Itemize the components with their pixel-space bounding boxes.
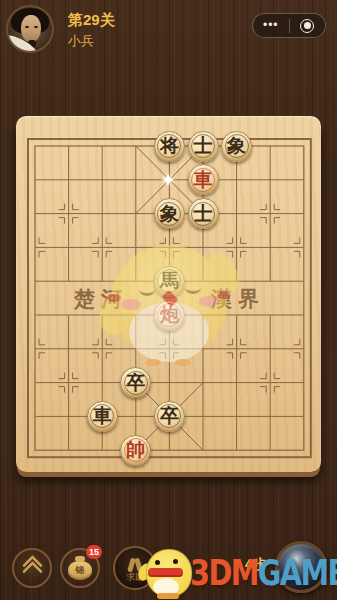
piece-red-帥[interactable]: 帥 (120, 435, 151, 466)
collapse-menu-button[interactable] (12, 548, 52, 588)
piece-black-象[interactable]: 象 (154, 198, 185, 229)
river-label-left: 楚河 (66, 285, 136, 313)
watermark-chick-mouth (148, 568, 183, 577)
river-label-right: 漢界 (203, 285, 273, 313)
piece-red-炮[interactable]: 炮 (154, 300, 185, 331)
watermark-3dm: 3DM (190, 552, 258, 593)
bag-character: 锦 (76, 564, 85, 577)
piece-black-士[interactable]: 士 (188, 131, 219, 162)
piece-black-士[interactable]: 士 (188, 198, 219, 229)
hint-bag-button[interactable]: 锦 15 (60, 548, 100, 588)
piece-black-将[interactable]: 将 (154, 131, 185, 162)
watermark-game: GAME (258, 552, 337, 593)
piece-black-象[interactable]: 象 (221, 131, 252, 162)
piece-black-車[interactable]: 車 (87, 401, 118, 432)
hint-count-badge: 15 (86, 545, 102, 559)
piece-black-卒[interactable]: 卒 (154, 401, 185, 432)
phone-screen: 第29关 小兵 ••• 楚河 漢界 将士象車象士馬炮卒車卒帥 锦 15 (0, 0, 337, 600)
piece-black-馬[interactable]: 馬 (154, 266, 185, 297)
watermark-chick-logo (143, 547, 195, 597)
watermark-chick-eye (155, 560, 160, 565)
piece-red-車[interactable]: 車 (188, 164, 219, 195)
watermark-chick-feet (157, 593, 179, 599)
watermark-chick-eye (173, 559, 178, 564)
sparkle-icon (161, 170, 175, 191)
watermark-text: 3DMGAME (190, 552, 337, 593)
brocade-bag-icon: 锦 (68, 561, 92, 580)
